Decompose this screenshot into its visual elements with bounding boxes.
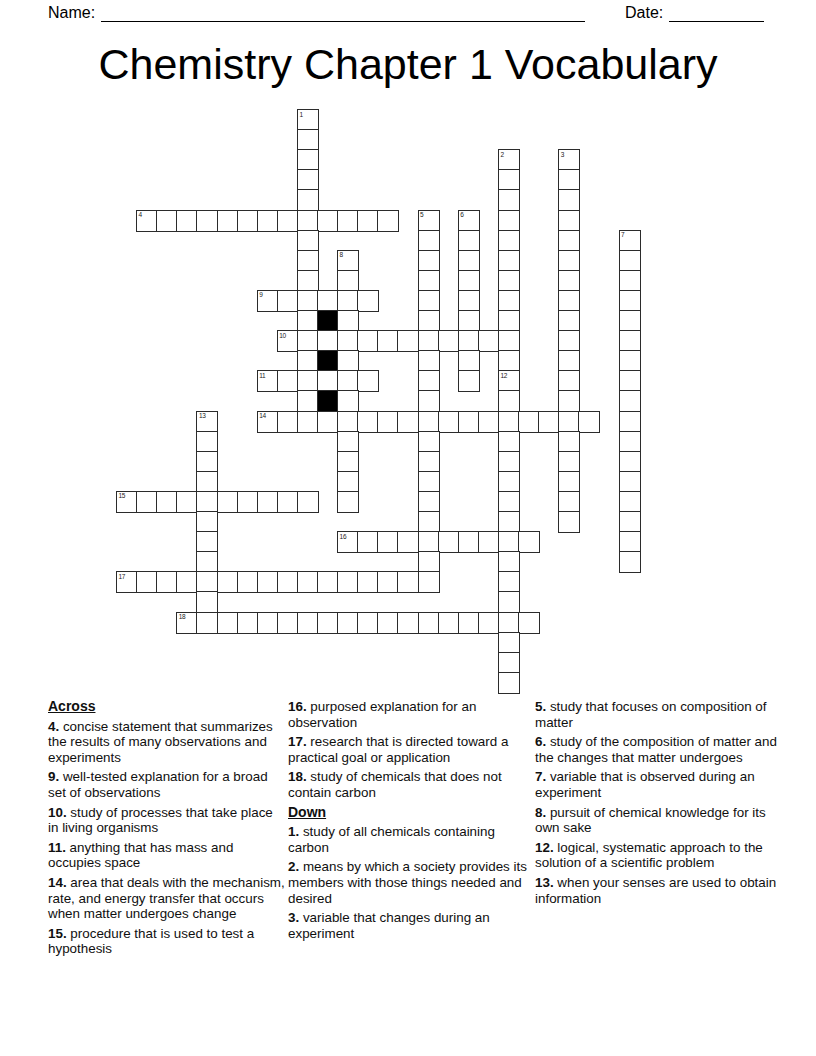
grid-cell[interactable]: 17 <box>117 572 137 592</box>
grid-cell[interactable] <box>298 412 318 432</box>
grid-cell[interactable] <box>338 271 358 291</box>
grid-cell[interactable] <box>197 552 217 572</box>
grid-cell[interactable] <box>559 170 579 190</box>
grid-cell[interactable] <box>218 572 238 592</box>
clue-text: variable that is observed during an expe… <box>535 769 755 800</box>
across-clue-10: 10. study of processes that take place i… <box>48 805 286 836</box>
clue-label: 17. <box>288 734 307 749</box>
clue-number-11: 11 <box>259 372 265 379</box>
grid-cell[interactable] <box>197 432 217 452</box>
grid-cell[interactable] <box>298 331 318 351</box>
grid-cell[interactable] <box>358 331 378 351</box>
grid-cell[interactable] <box>298 130 318 150</box>
grid-cell[interactable] <box>278 371 298 391</box>
grid-cell[interactable]: 4 <box>137 211 157 231</box>
grid-cell[interactable] <box>620 492 640 512</box>
grid-cell[interactable]: 9 <box>258 291 278 311</box>
clue-text: means by which a society provides its me… <box>288 859 527 905</box>
grid-cell[interactable] <box>499 351 519 371</box>
grid-cell[interactable] <box>419 251 439 271</box>
grid-cell[interactable] <box>519 532 539 552</box>
grid-cell[interactable] <box>620 512 640 532</box>
grid-cell[interactable]: 13 <box>197 412 217 432</box>
clue-number-7: 7 <box>621 231 624 238</box>
black-cell <box>318 351 338 371</box>
grid-cell[interactable] <box>559 412 579 432</box>
grid-cell[interactable] <box>559 512 579 532</box>
grid-cell[interactable] <box>620 351 640 371</box>
clue-number-15: 15 <box>119 492 126 499</box>
grid-cell[interactable] <box>298 211 318 231</box>
grid-cell[interactable] <box>499 452 519 472</box>
grid-cell[interactable] <box>218 613 238 633</box>
grid-cell[interactable] <box>479 532 499 552</box>
down-clue-13: 13. when your senses are used to obtain … <box>535 875 785 906</box>
grid-cell[interactable] <box>459 311 479 331</box>
grid-cell[interactable] <box>378 532 398 552</box>
grid-cell[interactable]: 12 <box>499 371 519 391</box>
grid-cell[interactable] <box>157 572 177 592</box>
grid-cell[interactable] <box>197 613 217 633</box>
grid-cell[interactable] <box>177 492 197 512</box>
down-clue-2: 2. means by which a society provides its… <box>288 859 532 906</box>
grid-cell[interactable] <box>197 492 217 512</box>
grid-cell[interactable] <box>278 211 298 231</box>
grid-cell[interactable] <box>218 492 238 512</box>
grid-cell[interactable] <box>620 432 640 452</box>
grid-cell[interactable] <box>559 391 579 411</box>
grid-cell[interactable] <box>439 532 459 552</box>
grid-cell[interactable] <box>338 452 358 472</box>
down-clue-8: 8. pursuit of chemical knowledge for its… <box>535 805 785 836</box>
grid-cell[interactable] <box>278 613 298 633</box>
clue-label: 2. <box>288 859 299 874</box>
grid-cell[interactable] <box>499 251 519 271</box>
grid-cell[interactable] <box>620 271 640 291</box>
grid-cell[interactable] <box>398 412 418 432</box>
clue-label: 10. <box>48 805 67 820</box>
grid-cell[interactable] <box>318 211 338 231</box>
grid-cell[interactable] <box>559 472 579 492</box>
clue-number-16: 16 <box>340 533 347 540</box>
grid-cell[interactable] <box>197 572 217 592</box>
clue-label: 8. <box>535 805 546 820</box>
clue-text: procedure that is used to test a hypothe… <box>48 926 254 957</box>
grid-cell[interactable] <box>298 291 318 311</box>
black-cell <box>318 311 338 331</box>
grid-cell[interactable]: 1 <box>298 110 318 130</box>
clue-label: 14. <box>48 875 67 890</box>
grid-cell[interactable] <box>338 613 358 633</box>
grid-cell[interactable] <box>499 572 519 592</box>
grid-cell[interactable]: 7 <box>620 231 640 251</box>
grid-cell[interactable] <box>298 170 318 190</box>
grid-cell[interactable] <box>499 331 519 351</box>
clue-number-1: 1 <box>299 111 302 118</box>
grid-cell[interactable] <box>378 412 398 432</box>
grid-cell[interactable] <box>258 492 278 512</box>
grid-cell[interactable] <box>559 271 579 291</box>
grid-cell[interactable]: 6 <box>459 211 479 231</box>
grid-cell[interactable]: 2 <box>499 150 519 170</box>
grid-cell[interactable] <box>338 291 358 311</box>
grid-cell[interactable] <box>439 613 459 633</box>
grid-cell[interactable] <box>338 211 358 231</box>
grid-cell[interactable] <box>499 271 519 291</box>
grid-cell[interactable]: 15 <box>117 492 137 512</box>
clue-number-6: 6 <box>460 211 463 218</box>
grid-cell[interactable] <box>479 613 499 633</box>
date-label: Date: <box>625 4 663 22</box>
clue-text: when your senses are used to obtain info… <box>535 875 776 906</box>
grid-cell[interactable] <box>157 492 177 512</box>
grid-cell[interactable] <box>298 351 318 371</box>
grid-cell[interactable] <box>378 613 398 633</box>
grid-cell[interactable] <box>459 412 479 432</box>
date-blank-line <box>669 4 764 22</box>
clues-column-across: Across4. concise statement that summariz… <box>48 699 286 961</box>
grid-cell[interactable] <box>318 412 338 432</box>
grid-cell[interactable] <box>559 351 579 371</box>
grid-cell[interactable] <box>338 572 358 592</box>
down-header: Down <box>288 805 532 821</box>
grid-cell[interactable] <box>298 271 318 291</box>
grid-cell[interactable] <box>499 613 519 633</box>
grid-cell[interactable] <box>238 572 258 592</box>
clue-text: variable that changes during an experime… <box>288 910 490 941</box>
across-clue-14: 14. area that deals with the mechanism, … <box>48 875 286 922</box>
grid-cell[interactable] <box>499 592 519 612</box>
grid-cell[interactable] <box>499 190 519 210</box>
grid-cell[interactable] <box>499 170 519 190</box>
grid-cell[interactable] <box>519 613 539 633</box>
across-clue-16: 16. purposed explanation for an observat… <box>288 699 532 730</box>
grid-cell[interactable] <box>439 412 459 432</box>
grid-cell[interactable] <box>559 291 579 311</box>
grid-cell[interactable] <box>439 331 459 351</box>
grid-cell[interactable] <box>559 311 579 331</box>
grid-cell[interactable] <box>358 532 378 552</box>
grid-cell[interactable] <box>620 371 640 391</box>
grid-cell[interactable] <box>620 412 640 432</box>
clue-text: study of processes that take place in li… <box>48 805 273 836</box>
grid-cell[interactable] <box>499 472 519 492</box>
grid-cell[interactable] <box>559 452 579 472</box>
grid-cell[interactable] <box>419 351 439 371</box>
clue-label: 3. <box>288 910 299 925</box>
down-clue-5: 5. study that focuses on composition of … <box>535 699 785 730</box>
grid-cell[interactable] <box>278 572 298 592</box>
grid-cell[interactable] <box>620 391 640 411</box>
down-clue-1: 1. study of all chemicals containing car… <box>288 824 532 855</box>
grid-cell[interactable] <box>258 613 278 633</box>
grid-cell[interactable] <box>338 432 358 452</box>
grid-cell[interactable] <box>218 211 238 231</box>
grid-cell[interactable]: 10 <box>278 331 298 351</box>
grid-cell[interactable] <box>459 532 479 552</box>
clue-number-4: 4 <box>139 211 142 218</box>
grid-cell[interactable] <box>419 532 439 552</box>
grid-cell[interactable] <box>459 251 479 271</box>
down-clue-12: 12. logical, systematic approach to the … <box>535 840 785 871</box>
clue-label: 4. <box>48 719 59 734</box>
grid-cell[interactable] <box>398 532 418 552</box>
grid-cell[interactable] <box>559 432 579 452</box>
clues-column-down: 5. study that focuses on composition of … <box>535 699 785 910</box>
grid-cell[interactable] <box>298 311 318 331</box>
clue-text: study of all chemicals containing carbon <box>288 824 495 855</box>
grid-cell[interactable] <box>157 211 177 231</box>
grid-cell[interactable] <box>499 211 519 231</box>
clue-text: well-tested explanation for a broad set … <box>48 769 268 800</box>
grid-cell[interactable] <box>620 472 640 492</box>
clue-text: purposed explanation for an observation <box>288 699 476 730</box>
grid-cell[interactable] <box>419 432 439 452</box>
grid-cell[interactable] <box>459 271 479 291</box>
grid-cell[interactable] <box>298 391 318 411</box>
grid-cell[interactable] <box>419 371 439 391</box>
grid-cell[interactable] <box>620 452 640 472</box>
puzzle-title: Chemistry Chapter 1 Vocabulary <box>0 40 816 89</box>
clue-number-10: 10 <box>279 332 286 339</box>
grid-cell[interactable] <box>338 472 358 492</box>
grid-cell[interactable] <box>459 331 479 351</box>
grid-cell[interactable] <box>620 251 640 271</box>
grid-cell[interactable] <box>238 211 258 231</box>
clue-number-8: 8 <box>340 251 343 258</box>
grid-cell[interactable] <box>358 412 378 432</box>
clue-text: area that deals with the mechanism, rate… <box>48 875 285 921</box>
clue-label: 9. <box>48 769 59 784</box>
clue-number-9: 9 <box>259 291 262 298</box>
grid-cell[interactable] <box>318 572 338 592</box>
grid-cell[interactable] <box>318 613 338 633</box>
clue-label: 18. <box>288 769 307 784</box>
grid-cell[interactable] <box>137 492 157 512</box>
grid-cell[interactable] <box>358 211 378 231</box>
grid-cell[interactable] <box>298 371 318 391</box>
grid-cell[interactable] <box>398 572 418 592</box>
grid-cell[interactable] <box>499 512 519 532</box>
down-clue-6: 6. study of the composition of matter an… <box>535 734 785 765</box>
grid-cell[interactable] <box>499 532 519 552</box>
grid-cell[interactable] <box>298 251 318 271</box>
grid-cell[interactable] <box>499 311 519 331</box>
grid-cell[interactable] <box>298 231 318 251</box>
grid-cell[interactable] <box>559 371 579 391</box>
grid-cell[interactable] <box>197 592 217 612</box>
grid-cell[interactable] <box>258 572 278 592</box>
grid-cell[interactable]: 16 <box>338 532 358 552</box>
clue-label: 6. <box>535 734 546 749</box>
grid-cell[interactable] <box>398 613 418 633</box>
grid-cell[interactable] <box>137 572 157 592</box>
grid-cell[interactable] <box>459 371 479 391</box>
grid-cell[interactable] <box>338 351 358 371</box>
grid-cell[interactable] <box>177 211 197 231</box>
grid-cell[interactable] <box>298 190 318 210</box>
grid-cell[interactable] <box>419 271 439 291</box>
grid-cell[interactable] <box>197 472 217 492</box>
grid-cell[interactable] <box>419 512 439 532</box>
grid-cell[interactable] <box>559 251 579 271</box>
grid-cell[interactable] <box>419 291 439 311</box>
clue-label: 15. <box>48 926 67 941</box>
grid-cell[interactable] <box>378 331 398 351</box>
grid-cell[interactable] <box>499 492 519 512</box>
grid-cell[interactable] <box>358 613 378 633</box>
grid-cell[interactable] <box>358 291 378 311</box>
clue-label: 1. <box>288 824 299 839</box>
grid-cell[interactable] <box>197 452 217 472</box>
grid-cell[interactable] <box>559 190 579 210</box>
clue-number-2: 2 <box>500 151 503 158</box>
grid-cell[interactable] <box>499 633 519 653</box>
grid-cell[interactable] <box>459 231 479 251</box>
across-clue-11: 11. anything that has mass and occupies … <box>48 840 286 871</box>
grid-cell[interactable]: 14 <box>258 412 278 432</box>
grid-cell[interactable] <box>298 492 318 512</box>
grid-cell[interactable] <box>519 412 539 432</box>
clue-number-3: 3 <box>561 151 564 158</box>
clue-text: anything that has mass and occupies spac… <box>48 840 233 871</box>
grid-cell[interactable] <box>197 532 217 552</box>
grid-cell[interactable] <box>419 331 439 351</box>
name-label: Name: <box>48 4 95 22</box>
grid-cell[interactable] <box>559 211 579 231</box>
clue-text: study of chemicals that does not contain… <box>288 769 502 800</box>
crossword-grid: 123456789101112131415161718 <box>117 110 641 694</box>
grid-cell[interactable] <box>197 211 217 231</box>
black-cell <box>318 391 338 411</box>
grid-cell[interactable] <box>459 351 479 371</box>
clue-label: 13. <box>535 875 554 890</box>
grid-cell[interactable] <box>298 572 318 592</box>
grid-cell[interactable] <box>620 552 640 572</box>
grid-cell[interactable] <box>620 532 640 552</box>
grid-cell[interactable] <box>278 492 298 512</box>
grid-cell[interactable] <box>419 552 439 572</box>
grid-cell[interactable] <box>419 472 439 492</box>
grid-cell[interactable] <box>419 412 439 432</box>
clue-text: pursuit of chemical knowledge for its ow… <box>535 805 766 836</box>
grid-cell[interactable] <box>338 371 358 391</box>
grid-cell[interactable] <box>318 331 338 351</box>
across-clue-17: 17. research that is directed toward a p… <box>288 734 532 765</box>
across-clue-4: 4. concise statement that summarizes the… <box>48 719 286 766</box>
name-blank-line <box>101 4 585 22</box>
across-clue-18: 18. study of chemicals that does not con… <box>288 769 532 800</box>
grid-cell[interactable] <box>278 291 298 311</box>
grid-cell[interactable] <box>499 432 519 452</box>
grid-cell[interactable] <box>459 613 479 633</box>
grid-cell[interactable] <box>338 391 358 411</box>
clue-number-14: 14 <box>259 412 266 419</box>
grid-cell[interactable] <box>499 291 519 311</box>
grid-cell[interactable]: 11 <box>258 371 278 391</box>
grid-cell[interactable] <box>238 613 258 633</box>
grid-cell[interactable] <box>338 492 358 512</box>
grid-cell[interactable] <box>278 412 298 432</box>
grid-cell[interactable] <box>620 291 640 311</box>
clue-label: 11. <box>48 840 66 855</box>
grid-cell[interactable] <box>579 412 599 432</box>
clue-text: concise statement that summarizes the re… <box>48 719 273 765</box>
grid-cell[interactable]: 18 <box>177 613 197 633</box>
grid-cell[interactable] <box>499 391 519 411</box>
grid-cell[interactable] <box>338 412 358 432</box>
clue-number-12: 12 <box>500 372 507 379</box>
grid-cell[interactable] <box>419 311 439 331</box>
grid-cell[interactable] <box>358 371 378 391</box>
down-clue-3: 3. variable that changes during an exper… <box>288 910 532 941</box>
grid-cell[interactable] <box>419 572 439 592</box>
across-clue-15: 15. procedure that is used to test a hyp… <box>48 926 286 957</box>
grid-cell[interactable] <box>459 291 479 311</box>
grid-cell[interactable] <box>378 211 398 231</box>
grid-cell[interactable] <box>358 572 378 592</box>
clue-number-17: 17 <box>119 573 126 580</box>
grid-cell[interactable] <box>620 331 640 351</box>
clue-number-18: 18 <box>179 613 186 620</box>
grid-cell[interactable] <box>318 291 338 311</box>
clue-text: logical, systematic approach to the solu… <box>535 840 763 871</box>
clue-label: 5. <box>535 699 546 714</box>
grid-cell[interactable] <box>177 572 197 592</box>
clue-text: study of the composition of matter and t… <box>535 734 777 765</box>
clue-label: 7. <box>535 769 546 784</box>
grid-cell[interactable] <box>499 653 519 673</box>
clue-number-13: 13 <box>199 412 206 419</box>
grid-cell[interactable] <box>398 331 418 351</box>
grid-cell[interactable] <box>298 150 318 170</box>
grid-cell[interactable] <box>559 231 579 251</box>
grid-cell[interactable] <box>318 371 338 391</box>
grid-cell[interactable]: 3 <box>559 150 579 170</box>
grid-cell[interactable] <box>419 613 439 633</box>
grid-cell[interactable] <box>559 331 579 351</box>
grid-cell[interactable]: 8 <box>338 251 358 271</box>
grid-cell[interactable] <box>539 412 559 432</box>
grid-cell[interactable] <box>419 492 439 512</box>
clue-text: research that is directed toward a pract… <box>288 734 508 765</box>
grid-cell[interactable] <box>378 572 398 592</box>
grid-cell[interactable] <box>419 391 439 411</box>
grid-cell[interactable] <box>258 211 278 231</box>
grid-cell[interactable] <box>197 512 217 532</box>
grid-cell[interactable] <box>298 613 318 633</box>
grid-cell[interactable] <box>338 331 358 351</box>
grid-cell[interactable] <box>479 412 499 432</box>
across-header: Across <box>48 699 286 715</box>
grid-cell[interactable] <box>499 552 519 572</box>
grid-cell[interactable] <box>419 452 439 472</box>
grid-cell[interactable] <box>499 673 519 693</box>
clue-label: 16. <box>288 699 307 714</box>
grid-cell[interactable] <box>479 331 499 351</box>
grid-cell[interactable] <box>559 492 579 512</box>
grid-cell[interactable]: 5 <box>419 211 439 231</box>
grid-cell[interactable] <box>499 412 519 432</box>
grid-cell[interactable] <box>338 311 358 331</box>
clue-text: study that focuses on composition of mat… <box>535 699 767 730</box>
grid-cell[interactable] <box>620 311 640 331</box>
grid-cell[interactable] <box>238 492 258 512</box>
grid-cell[interactable] <box>419 231 439 251</box>
grid-cell[interactable] <box>499 231 519 251</box>
clue-number-5: 5 <box>420 211 423 218</box>
clue-label: 12. <box>535 840 554 855</box>
